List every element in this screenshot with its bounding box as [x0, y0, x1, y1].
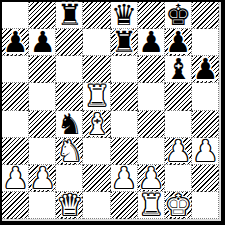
square-e4[interactable]: [111, 111, 138, 138]
square-c6[interactable]: [56, 56, 83, 83]
square-h6[interactable]: ♟: [192, 56, 219, 83]
square-h2[interactable]: [192, 165, 219, 192]
piece-white-knight: ♞: [57, 138, 83, 165]
square-f6[interactable]: [138, 56, 165, 83]
board-inner-edge: ♜♛♚♟♟♜♟♟♝♟♜♞♝♞♟♟♟♟♟♟♛♜♚: [2, 2, 221, 221]
square-a6[interactable]: [2, 56, 29, 83]
square-c1[interactable]: ♛: [56, 192, 83, 219]
square-a4[interactable]: [2, 111, 29, 138]
square-a7[interactable]: ♟: [2, 29, 29, 56]
square-f1[interactable]: ♜: [138, 192, 165, 219]
square-h1[interactable]: [192, 192, 219, 219]
square-e1[interactable]: [111, 192, 138, 219]
square-h5[interactable]: [192, 83, 219, 110]
square-c7[interactable]: [56, 29, 83, 56]
piece-white-pawn: ♟: [3, 165, 29, 192]
square-d8[interactable]: [83, 2, 110, 29]
piece-white-pawn: ♟: [165, 138, 191, 165]
square-b5[interactable]: [29, 83, 56, 110]
square-d3[interactable]: [83, 138, 110, 165]
piece-black-bishop: ♝: [165, 56, 191, 83]
square-g5[interactable]: [165, 83, 192, 110]
piece-white-pawn: ♟: [111, 165, 137, 192]
square-e2[interactable]: ♟: [111, 165, 138, 192]
square-e5[interactable]: [111, 83, 138, 110]
square-c8[interactable]: ♜: [56, 2, 83, 29]
piece-white-pawn: ♟: [30, 165, 56, 192]
square-b1[interactable]: [29, 192, 56, 219]
square-e7[interactable]: ♜: [111, 29, 138, 56]
piece-black-pawn: ♟: [30, 29, 56, 56]
chess-board: ♜♛♚♟♟♜♟♟♝♟♜♞♝♞♟♟♟♟♟♟♛♜♚: [2, 2, 219, 219]
piece-black-pawn: ♟: [192, 56, 218, 83]
piece-black-pawn: ♟: [3, 29, 29, 56]
square-d7[interactable]: [83, 29, 110, 56]
piece-black-rook: ♜: [111, 29, 137, 56]
square-b2[interactable]: ♟: [29, 165, 56, 192]
board-frame: ♜♛♚♟♟♜♟♟♝♟♜♞♝♞♟♟♟♟♟♟♛♜♚: [0, 0, 225, 225]
square-e6[interactable]: [111, 56, 138, 83]
square-a1[interactable]: [2, 192, 29, 219]
square-a5[interactable]: [2, 83, 29, 110]
square-f5[interactable]: [138, 83, 165, 110]
square-g3[interactable]: ♟: [165, 138, 192, 165]
square-f4[interactable]: [138, 111, 165, 138]
square-h8[interactable]: [192, 2, 219, 29]
square-c3[interactable]: ♞: [56, 138, 83, 165]
square-d2[interactable]: [83, 165, 110, 192]
square-f7[interactable]: ♟: [138, 29, 165, 56]
square-h3[interactable]: ♟: [192, 138, 219, 165]
square-a2[interactable]: ♟: [2, 165, 29, 192]
piece-white-king: ♚: [165, 192, 191, 219]
piece-white-pawn: ♟: [192, 138, 218, 165]
square-b6[interactable]: [29, 56, 56, 83]
piece-white-bishop: ♝: [84, 111, 110, 138]
piece-white-rook: ♜: [138, 192, 164, 219]
square-g6[interactable]: ♝: [165, 56, 192, 83]
piece-black-rook: ♜: [57, 2, 83, 29]
square-d1[interactable]: [83, 192, 110, 219]
square-b4[interactable]: [29, 111, 56, 138]
piece-black-pawn: ♟: [138, 29, 164, 56]
square-g1[interactable]: ♚: [165, 192, 192, 219]
square-b7[interactable]: ♟: [29, 29, 56, 56]
square-d4[interactable]: ♝: [83, 111, 110, 138]
piece-white-queen: ♛: [57, 192, 83, 219]
